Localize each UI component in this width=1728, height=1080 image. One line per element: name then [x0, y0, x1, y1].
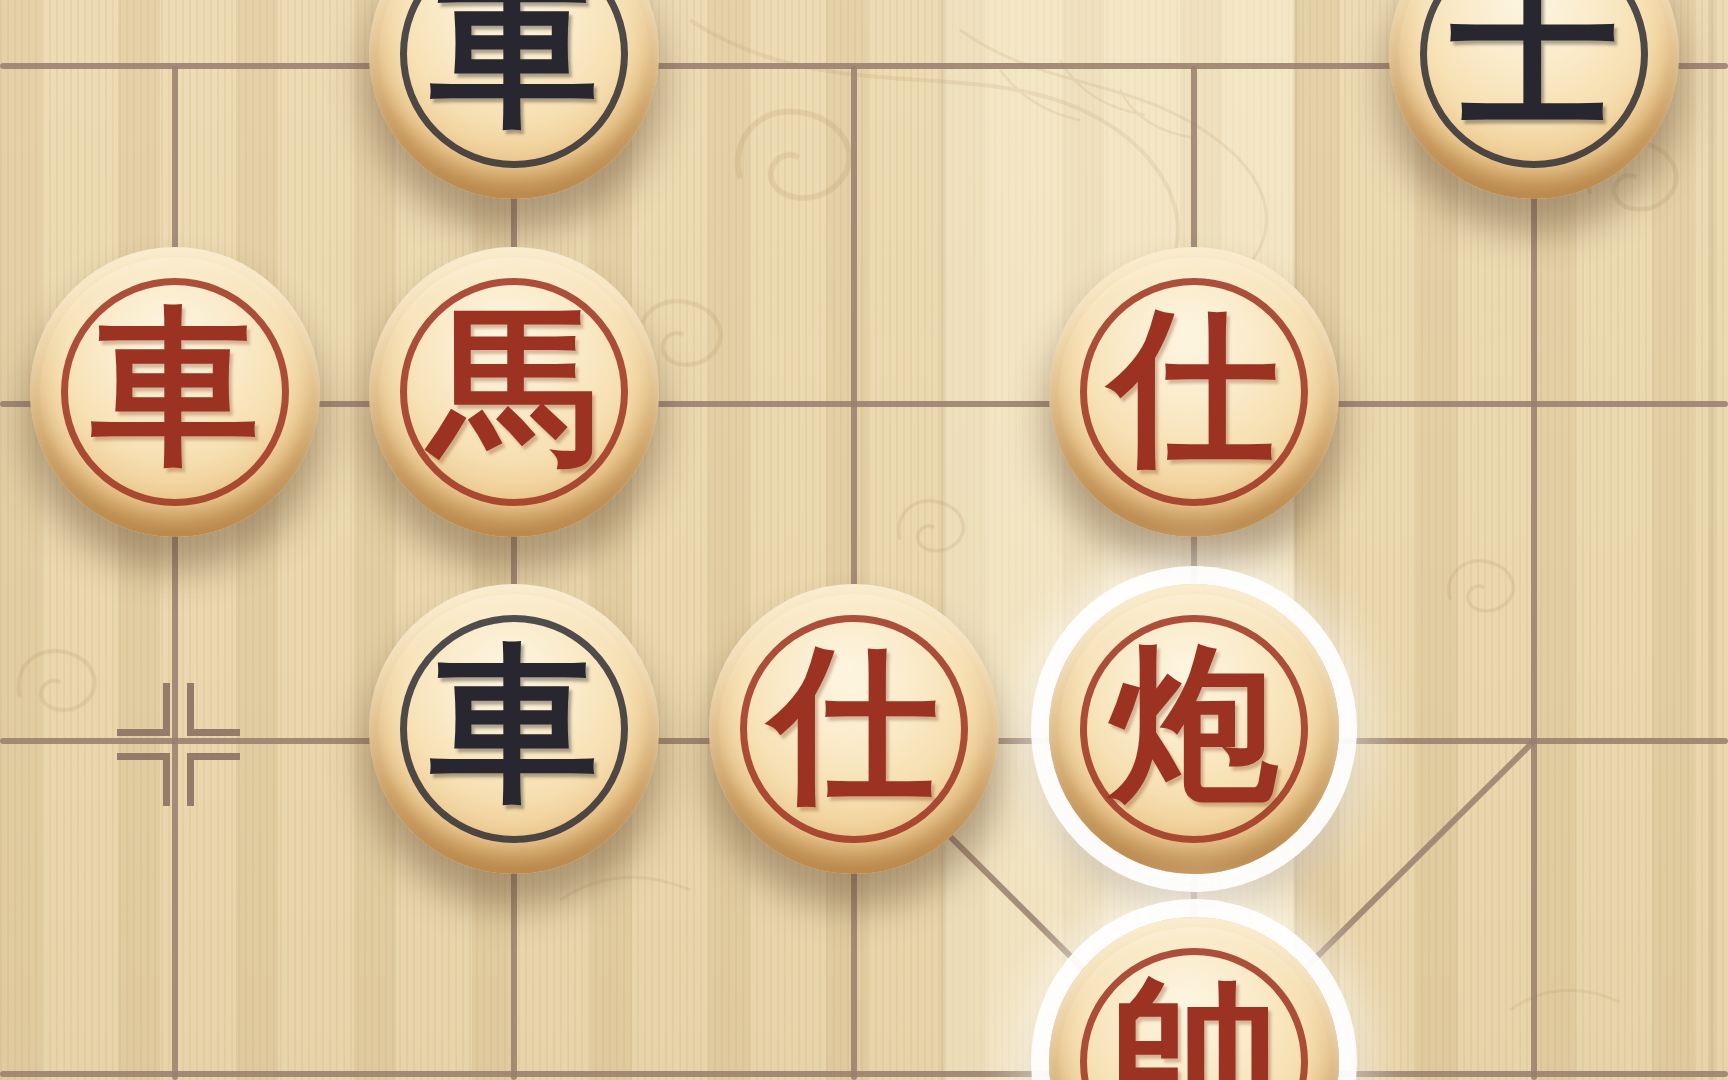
piece-red-advisor-upper[interactable]: 仕 [1049, 247, 1339, 537]
piece-glyph: 仕 [1049, 243, 1339, 533]
cannon-point-marker [117, 683, 170, 736]
piece-red-cannon[interactable]: 炮 [1049, 584, 1339, 874]
piece-glyph: 馬 [369, 243, 659, 533]
board-rank-line [0, 1071, 1728, 1077]
piece-glyph: 帥 [1049, 913, 1339, 1080]
board-file-line [1531, 66, 1537, 1080]
piece-glyph: 士 [1389, 0, 1679, 195]
piece-red-advisor-lower[interactable]: 仕 [709, 584, 999, 874]
board-file-line [172, 66, 178, 1080]
piece-red-chariot[interactable]: 車 [30, 247, 320, 537]
board-file-line [511, 66, 517, 1080]
piece-glyph: 炮 [1049, 580, 1339, 870]
piece-red-horse[interactable]: 馬 [369, 247, 659, 537]
piece-glyph: 車 [30, 243, 320, 533]
piece-glyph: 仕 [709, 580, 999, 870]
piece-black-chariot-top[interactable]: 車 [369, 0, 659, 199]
piece-black-chariot-mid[interactable]: 車 [369, 584, 659, 874]
piece-glyph: 車 [369, 580, 659, 870]
piece-black-advisor[interactable]: 士 [1389, 0, 1679, 199]
cannon-point-marker [187, 683, 240, 736]
piece-glyph: 車 [369, 0, 659, 195]
cannon-point-marker [187, 753, 240, 806]
piece-red-general[interactable]: 帥 [1049, 917, 1339, 1080]
board-file-line [851, 66, 857, 1080]
screenshot-root: 車士車馬仕車仕炮帥 [0, 0, 1728, 1080]
cannon-point-marker [117, 753, 170, 806]
